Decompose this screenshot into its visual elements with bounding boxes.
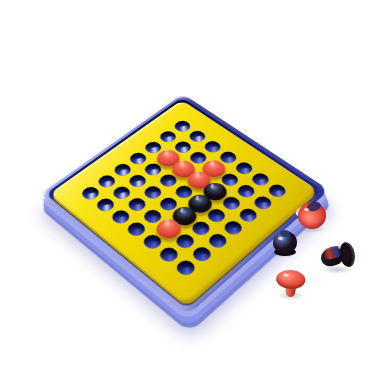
red-cap-dome [276,269,306,290]
reflection-spot [280,230,290,237]
gloss-speck [278,237,283,240]
gloss-speck [284,273,289,276]
loose-black-piece-upright[interactable] [272,230,298,256]
hole-r6-c6[interactable] [174,258,198,278]
board-grid [75,116,293,281]
scene [0,0,370,370]
loose-red-piece-tipped-on-side[interactable] [298,202,326,229]
gloss-speck [304,208,309,211]
loose-red-piece-upright[interactable] [275,269,307,299]
